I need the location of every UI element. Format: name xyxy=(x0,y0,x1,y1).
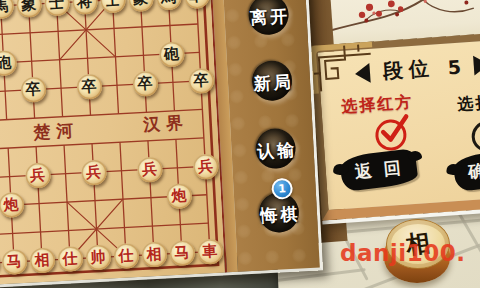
piece-glyph: 士 xyxy=(49,0,65,11)
piece-glyph: 象 xyxy=(133,0,149,6)
piece-glyph: 卒 xyxy=(193,73,209,89)
xiangqi-board-unit: 楚河 汉界 車馬象士将士象馬車砲砲卒卒卒卒卒兵兵兵兵兵炮炮車马相仕帅仕相马車 离… xyxy=(0,0,323,288)
rank-value: 5 xyxy=(447,55,462,78)
piece-glyph: 車 xyxy=(202,244,218,260)
river-label-han-jie: 汉界 xyxy=(143,111,190,136)
new-game-button[interactable]: 新局 xyxy=(239,57,305,106)
piece-glyph: 卒 xyxy=(81,79,97,95)
confirm-button-label: 确定 xyxy=(457,155,480,184)
game-screen: 段位 5 选择红方 选择黑方 返回 确定 楚河 xyxy=(0,0,480,288)
piece-glyph: 相 xyxy=(146,247,162,263)
leave-game-button[interactable]: 离开 xyxy=(235,0,301,40)
choose-red-radio-checked[interactable] xyxy=(374,119,407,152)
piece-glyph: 仕 xyxy=(62,251,78,267)
piece-glyph: 兵 xyxy=(86,164,102,180)
piece-glyph: 炮 xyxy=(3,197,19,213)
board-surface: 楚河 汉界 車馬象士将士象馬車砲砲卒卒卒卒卒兵兵兵兵兵炮炮車马相仕帅仕相马車 xyxy=(0,0,225,286)
piece-glyph: 兵 xyxy=(197,158,213,174)
piece-red-兵[interactable]: 兵 xyxy=(80,159,106,185)
piece-glyph: 马 xyxy=(174,245,190,261)
new-game-label: 新局 xyxy=(240,70,305,96)
rank-label: 段位 xyxy=(382,54,436,85)
piece-glyph: 砲 xyxy=(0,55,12,71)
resign-label: 认输 xyxy=(243,138,308,164)
piece-red-兵[interactable]: 兵 xyxy=(24,162,50,188)
red-check-icon xyxy=(374,112,412,146)
piece-red-兵[interactable]: 兵 xyxy=(136,156,162,182)
choose-black-radio-unchecked[interactable] xyxy=(471,120,480,153)
piece-glyph: 象 xyxy=(21,0,37,12)
piece-glyph: 仕 xyxy=(118,248,134,264)
piece-glyph: 馬 xyxy=(0,0,9,14)
piece-black-砲[interactable]: 砲 xyxy=(158,41,184,67)
piece-glyph: 士 xyxy=(105,0,121,8)
undo-move-label: 悔棋 xyxy=(246,202,311,228)
piece-glyph: 車 xyxy=(189,0,205,3)
leave-game-label: 离开 xyxy=(236,4,301,30)
fret-corner-ornament xyxy=(310,42,377,96)
board-side-menu: 离开 新局 认输 1 悔棋 xyxy=(223,0,320,272)
back-button[interactable]: 返回 xyxy=(339,148,419,192)
piece-red-兵[interactable]: 兵 xyxy=(192,153,218,179)
watermark-text: danji100. xyxy=(340,240,465,266)
piece-glyph: 卒 xyxy=(25,82,41,98)
undo-move-button[interactable]: 1 悔棋 xyxy=(246,189,312,238)
back-button-label: 返回 xyxy=(344,155,414,184)
piece-glyph: 卒 xyxy=(137,76,153,92)
piece-glyph: 兵 xyxy=(142,161,158,177)
piece-glyph: 兵 xyxy=(30,167,46,183)
settings-panel: 段位 5 选择红方 选择黑方 返回 确定 xyxy=(310,30,480,221)
resign-button[interactable]: 认输 xyxy=(242,125,308,174)
piece-glyph: 馬 xyxy=(161,0,177,5)
piece-glyph: 砲 xyxy=(164,46,180,62)
piece-glyph: 炮 xyxy=(171,188,187,204)
piece-glyph: 将 xyxy=(77,0,93,9)
confirm-button[interactable]: 确定 xyxy=(452,148,480,192)
choose-black-label: 选择黑方 xyxy=(457,90,480,116)
rank-increase-arrow[interactable] xyxy=(473,54,480,75)
piece-glyph: 相 xyxy=(34,253,50,269)
river-label-chu-he: 楚河 xyxy=(33,119,80,144)
piece-glyph: 马 xyxy=(6,254,22,270)
piece-glyph: 帅 xyxy=(90,250,106,266)
